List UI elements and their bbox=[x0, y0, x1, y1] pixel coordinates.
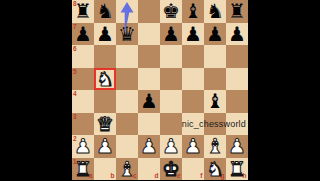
piece-white-king[interactable]: ♚ bbox=[160, 158, 182, 181]
square-h2[interactable]: ♟ bbox=[226, 135, 248, 158]
rank-label-5: 5 bbox=[73, 69, 77, 76]
piece-white-queen[interactable]: ♛ bbox=[94, 113, 116, 136]
square-e1[interactable]: e♚ bbox=[160, 158, 182, 181]
square-b5[interactable]: ♞ bbox=[94, 68, 116, 91]
piece-black-pawn[interactable]: ♟ bbox=[182, 23, 204, 46]
square-b3[interactable]: ♛ bbox=[94, 113, 116, 136]
square-d1[interactable]: d bbox=[138, 158, 160, 181]
square-g7[interactable]: ♟ bbox=[204, 23, 226, 46]
letterbox-left bbox=[0, 0, 72, 180]
square-c1[interactable]: c♝ bbox=[116, 158, 138, 181]
square-a6[interactable]: 6 bbox=[72, 45, 94, 68]
square-b4[interactable] bbox=[94, 90, 116, 113]
square-f2[interactable]: ♟ bbox=[182, 135, 204, 158]
square-h1[interactable]: h♜ bbox=[226, 158, 248, 181]
piece-white-pawn[interactable]: ♟ bbox=[72, 135, 94, 158]
rank-label-3: 3 bbox=[73, 114, 77, 121]
piece-white-pawn[interactable]: ♟ bbox=[160, 135, 182, 158]
square-g1[interactable]: g♞ bbox=[204, 158, 226, 181]
video-frame: 8♜♞♚♝♞♜7♟♟♛♟♟♟♟65♞4♟♝3♛2♟♟♟♟♟♝♟1a♜bc♝de♚… bbox=[0, 0, 320, 180]
piece-white-rook[interactable]: ♜ bbox=[72, 158, 94, 181]
square-b1[interactable]: b bbox=[94, 158, 116, 181]
piece-black-pawn[interactable]: ♟ bbox=[72, 23, 94, 46]
square-c7[interactable]: ♛ bbox=[116, 23, 138, 46]
square-h5[interactable] bbox=[226, 68, 248, 91]
square-d4[interactable]: ♟ bbox=[138, 90, 160, 113]
square-c6[interactable] bbox=[116, 45, 138, 68]
square-c8[interactable] bbox=[116, 0, 138, 23]
square-b8[interactable]: ♞ bbox=[94, 0, 116, 23]
piece-black-knight[interactable]: ♞ bbox=[204, 0, 226, 23]
square-f7[interactable]: ♟ bbox=[182, 23, 204, 46]
square-b2[interactable]: ♟ bbox=[94, 135, 116, 158]
piece-black-king[interactable]: ♚ bbox=[160, 0, 182, 23]
square-h7[interactable]: ♟ bbox=[226, 23, 248, 46]
square-c3[interactable] bbox=[116, 113, 138, 136]
piece-black-pawn[interactable]: ♟ bbox=[204, 23, 226, 46]
square-a4[interactable]: 4 bbox=[72, 90, 94, 113]
square-f4[interactable] bbox=[182, 90, 204, 113]
square-a7[interactable]: 7♟ bbox=[72, 23, 94, 46]
square-f1[interactable]: f bbox=[182, 158, 204, 181]
square-e8[interactable]: ♚ bbox=[160, 0, 182, 23]
square-h6[interactable] bbox=[226, 45, 248, 68]
piece-black-pawn[interactable]: ♟ bbox=[138, 90, 160, 113]
square-f5[interactable] bbox=[182, 68, 204, 91]
square-g8[interactable]: ♞ bbox=[204, 0, 226, 23]
square-d8[interactable] bbox=[138, 0, 160, 23]
square-c2[interactable] bbox=[116, 135, 138, 158]
square-g5[interactable] bbox=[204, 68, 226, 91]
square-a8[interactable]: 8♜ bbox=[72, 0, 94, 23]
piece-black-rook[interactable]: ♜ bbox=[72, 0, 94, 23]
square-a1[interactable]: 1a♜ bbox=[72, 158, 94, 181]
piece-white-pawn[interactable]: ♟ bbox=[182, 135, 204, 158]
file-label-d: d bbox=[155, 173, 159, 180]
square-h4[interactable] bbox=[226, 90, 248, 113]
square-e2[interactable]: ♟ bbox=[160, 135, 182, 158]
piece-black-pawn[interactable]: ♟ bbox=[94, 23, 116, 46]
square-d5[interactable] bbox=[138, 68, 160, 91]
piece-white-bishop[interactable]: ♝ bbox=[204, 135, 226, 158]
piece-black-bishop[interactable]: ♝ bbox=[182, 0, 204, 23]
square-e4[interactable] bbox=[160, 90, 182, 113]
rank-label-6: 6 bbox=[73, 46, 77, 53]
square-e3[interactable] bbox=[160, 113, 182, 136]
square-d2[interactable]: ♟ bbox=[138, 135, 160, 158]
piece-black-pawn[interactable]: ♟ bbox=[160, 23, 182, 46]
square-a2[interactable]: 2♟ bbox=[72, 135, 94, 158]
square-h8[interactable]: ♜ bbox=[226, 0, 248, 23]
square-g3[interactable] bbox=[204, 113, 226, 136]
square-e6[interactable] bbox=[160, 45, 182, 68]
piece-black-rook[interactable]: ♜ bbox=[226, 0, 248, 23]
piece-white-bishop[interactable]: ♝ bbox=[116, 158, 138, 181]
square-g6[interactable] bbox=[204, 45, 226, 68]
square-b6[interactable] bbox=[94, 45, 116, 68]
piece-white-knight[interactable]: ♞ bbox=[204, 158, 226, 181]
square-d6[interactable] bbox=[138, 45, 160, 68]
piece-white-rook[interactable]: ♜ bbox=[226, 158, 248, 181]
piece-white-pawn[interactable]: ♟ bbox=[226, 135, 248, 158]
square-e7[interactable]: ♟ bbox=[160, 23, 182, 46]
file-label-b: b bbox=[111, 173, 115, 180]
square-a5[interactable]: 5 bbox=[72, 68, 94, 91]
square-f6[interactable] bbox=[182, 45, 204, 68]
square-c4[interactable] bbox=[116, 90, 138, 113]
file-label-f: f bbox=[200, 173, 202, 180]
piece-white-pawn[interactable]: ♟ bbox=[138, 135, 160, 158]
square-h3[interactable] bbox=[226, 113, 248, 136]
letterbox-right bbox=[248, 0, 320, 180]
piece-white-knight[interactable]: ♞ bbox=[94, 68, 116, 91]
square-d3[interactable] bbox=[138, 113, 160, 136]
square-d7[interactable] bbox=[138, 23, 160, 46]
chess-board[interactable]: 8♜♞♚♝♞♜7♟♟♛♟♟♟♟65♞4♟♝3♛2♟♟♟♟♟♝♟1a♜bc♝de♚… bbox=[72, 0, 248, 180]
square-a3[interactable]: 3 bbox=[72, 113, 94, 136]
square-e5[interactable] bbox=[160, 68, 182, 91]
piece-black-pawn[interactable]: ♟ bbox=[226, 23, 248, 46]
rank-label-4: 4 bbox=[73, 91, 77, 98]
piece-black-queen[interactable]: ♛ bbox=[116, 23, 138, 46]
square-b7[interactable]: ♟ bbox=[94, 23, 116, 46]
square-c5[interactable] bbox=[116, 68, 138, 91]
square-f8[interactable]: ♝ bbox=[182, 0, 204, 23]
square-g4[interactable]: ♝ bbox=[204, 90, 226, 113]
piece-black-bishop[interactable]: ♝ bbox=[204, 90, 226, 113]
square-g2[interactable]: ♝ bbox=[204, 135, 226, 158]
piece-black-knight[interactable]: ♞ bbox=[94, 0, 116, 23]
square-f3[interactable] bbox=[182, 113, 204, 136]
piece-white-pawn[interactable]: ♟ bbox=[94, 135, 116, 158]
